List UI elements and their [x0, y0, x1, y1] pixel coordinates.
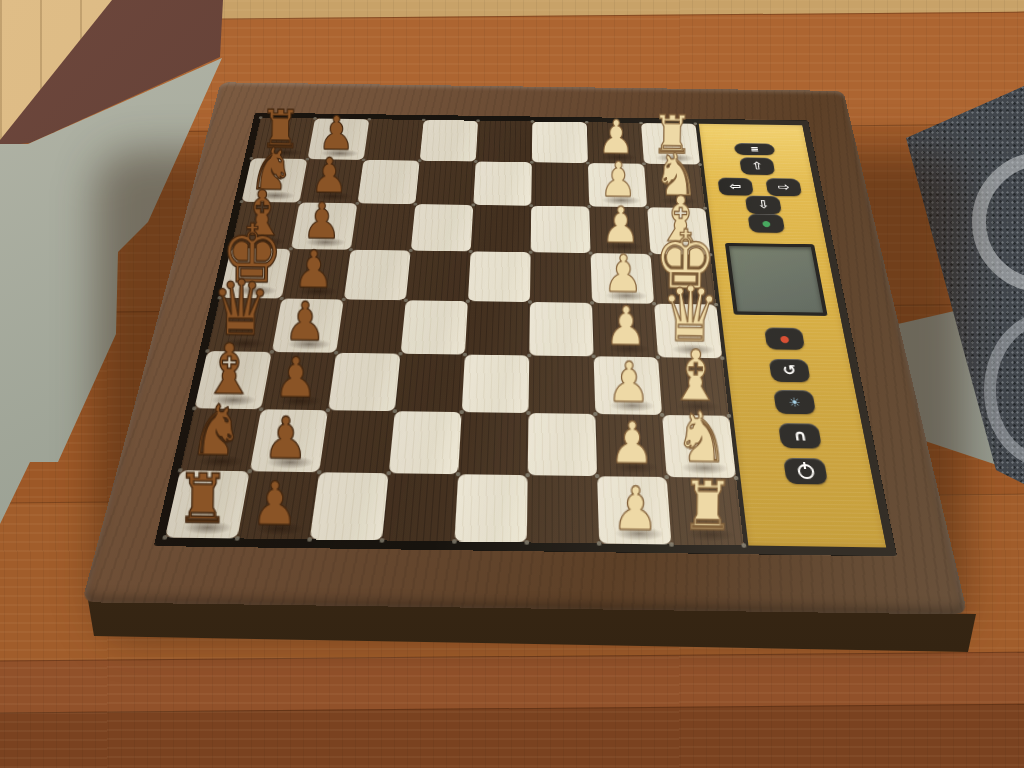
- square-c5[interactable]: [395, 354, 465, 412]
- green-dot-icon: ●: [761, 219, 771, 227]
- square-f6[interactable]: [351, 203, 416, 250]
- black-pawn-a7[interactable]: ♟: [251, 473, 298, 534]
- square-a3[interactable]: [527, 475, 599, 543]
- book-button[interactable]: ≡: [734, 143, 776, 155]
- square-h5[interactable]: [420, 120, 478, 162]
- power-button[interactable]: [783, 458, 828, 485]
- down-arrow-button[interactable]: ⇩: [745, 196, 782, 215]
- black-pawn-d7[interactable]: ♟: [284, 294, 326, 348]
- white-pawn-d2[interactable]: ♟: [605, 299, 647, 353]
- square-e3[interactable]: [530, 252, 592, 303]
- square-d3[interactable]: [529, 302, 593, 356]
- left-arrow-button[interactable]: ⇦: [717, 177, 753, 195]
- confirm-button[interactable]: ●: [747, 214, 785, 233]
- walnut-frame: ♜♟♟♜♞♟♟♞♝♟♟♝♚♟♟♚♛♟♟♛♝♟♟♝♞♟♟♞♜♟♟♜ ≡⇧⇦⇨⇩●●…: [82, 82, 968, 614]
- headphones-icon: ∩: [792, 428, 808, 444]
- square-a6[interactable]: [310, 472, 389, 540]
- square-b6[interactable]: [319, 410, 395, 473]
- square-b4[interactable]: [458, 412, 528, 475]
- sun-icon: ☀: [788, 396, 802, 408]
- arrow-right-icon: ⇨: [777, 182, 791, 193]
- lcd-display: [725, 243, 828, 316]
- square-g4[interactable]: [473, 161, 532, 205]
- square-b2[interactable]: ♟: [595, 414, 666, 477]
- brightness-button[interactable]: ☀: [773, 390, 816, 414]
- board-surface: ♜♟♟♜♞♟♟♞♝♟♟♝♚♟♟♚♛♟♟♛♝♟♟♝♞♟♟♞♜♟♟♜ ≡⇧⇦⇨⇩●●…: [154, 113, 897, 557]
- square-h3[interactable]: [532, 121, 588, 163]
- square-h4[interactable]: [476, 121, 533, 163]
- white-knight-b1[interactable]: ♞: [674, 402, 729, 473]
- mat-pattern: [984, 312, 1024, 468]
- square-a7[interactable]: ♟: [237, 471, 319, 539]
- chess-board: ♜♟♟♜♞♟♟♞♝♟♟♝♚♟♟♚♛♟♟♛♝♟♟♝♞♟♟♞♜♟♟♜: [165, 118, 744, 546]
- black-knight-b8[interactable]: ♞: [189, 395, 244, 466]
- sound-button[interactable]: ∩: [778, 423, 822, 448]
- cancel-button[interactable]: ●: [764, 327, 805, 349]
- arrow-up-icon: ⇧: [750, 161, 763, 172]
- square-g3[interactable]: [531, 162, 589, 206]
- square-c6[interactable]: [328, 353, 401, 411]
- undo-button[interactable]: ↺: [769, 359, 811, 382]
- square-a5[interactable]: [382, 473, 458, 541]
- white-rook-a1[interactable]: ♜: [681, 471, 734, 539]
- black-rook-a8[interactable]: ♜: [176, 464, 229, 532]
- square-a4[interactable]: [454, 474, 527, 542]
- square-e4[interactable]: [468, 251, 531, 302]
- right-arrow-button[interactable]: ⇨: [765, 178, 802, 196]
- white-pawn-e2[interactable]: ♟: [603, 248, 644, 300]
- undo-arrow-icon: ↺: [782, 363, 798, 377]
- square-c3[interactable]: [528, 355, 595, 413]
- square-b7[interactable]: ♟: [250, 409, 328, 472]
- black-pawn-e7[interactable]: ♟: [293, 243, 334, 295]
- red-dot-icon: ●: [779, 334, 790, 343]
- chess-computer: ♜♟♟♜♞♟♟♞♝♟♟♝♚♟♟♚♛♟♟♛♝♟♟♝♞♟♟♞♜♟♟♜ ≡⇧⇦⇨⇩●●…: [158, 0, 899, 659]
- square-f5[interactable]: [411, 204, 474, 251]
- arrow-left-icon: ⇦: [729, 181, 742, 192]
- square-a1[interactable]: ♜: [667, 477, 744, 545]
- square-a8[interactable]: ♜: [165, 470, 250, 538]
- square-d5[interactable]: [401, 300, 468, 354]
- white-pawn-c2[interactable]: ♟: [607, 354, 651, 410]
- square-b3[interactable]: [528, 413, 597, 476]
- lcd-screen: [729, 246, 823, 313]
- arrow-down-icon: ⇩: [756, 199, 770, 210]
- white-pawn-b2[interactable]: ♟: [609, 414, 654, 472]
- square-c7[interactable]: ♟: [261, 352, 336, 410]
- square-f3[interactable]: [531, 206, 591, 253]
- square-e6[interactable]: [344, 250, 411, 301]
- square-b5[interactable]: [389, 411, 462, 474]
- scene: ♜♟♟♜♞♟♟♞♝♟♟♝♚♟♟♚♛♟♟♛♝♟♟♝♞♟♟♞♜♟♟♜ ≡⇧⇦⇨⇩●●…: [0, 0, 1024, 768]
- square-c4[interactable]: [462, 355, 530, 413]
- square-g5[interactable]: [415, 161, 475, 205]
- white-pawn-a2[interactable]: ♟: [612, 478, 659, 539]
- square-h6[interactable]: [364, 119, 424, 160]
- square-e5[interactable]: [406, 251, 471, 302]
- mat-pattern: [972, 152, 1024, 292]
- square-f4[interactable]: [471, 205, 532, 252]
- square-c2[interactable]: ♟: [594, 356, 663, 415]
- up-arrow-button[interactable]: ⇧: [739, 157, 775, 175]
- black-pawn-b7[interactable]: ♟: [263, 409, 308, 467]
- square-d6[interactable]: [336, 299, 406, 353]
- black-pawn-c7[interactable]: ♟: [274, 350, 318, 406]
- book-lines-icon: ≡: [750, 145, 760, 153]
- square-g6[interactable]: [357, 160, 419, 204]
- square-d4[interactable]: [465, 301, 530, 355]
- square-a2[interactable]: ♟: [597, 476, 671, 544]
